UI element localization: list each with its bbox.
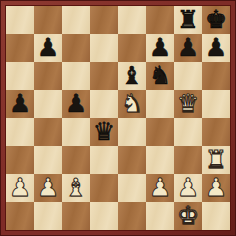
square-a5[interactable]: ♟ (6, 90, 34, 118)
square-f1[interactable] (146, 202, 174, 230)
black-rook-g8[interactable]: ♜ (174, 6, 202, 34)
black-pawn-b7[interactable]: ♟ (34, 34, 62, 62)
square-a1[interactable] (6, 202, 34, 230)
black-bishop-e6[interactable]: ♝ (118, 62, 146, 90)
square-e1[interactable] (118, 202, 146, 230)
square-a8[interactable] (6, 6, 34, 34)
black-pawn-a5[interactable]: ♟ (6, 90, 34, 118)
square-f6[interactable]: ♞ (146, 62, 174, 90)
chess-board: ♜♚♟♟♟♟♝♞♟♟♞♛♛♜♟♟♝♟♟♟♚ (6, 6, 230, 230)
square-b1[interactable] (34, 202, 62, 230)
black-pawn-g7[interactable]: ♟ (174, 34, 202, 62)
black-pawn-h7[interactable]: ♟ (202, 34, 230, 62)
white-bishop-c2[interactable]: ♝ (62, 174, 90, 202)
square-b3[interactable] (34, 146, 62, 174)
square-c5[interactable]: ♟ (62, 90, 90, 118)
square-c4[interactable] (62, 118, 90, 146)
square-g2[interactable]: ♟ (174, 174, 202, 202)
black-king-h8[interactable]: ♚ (202, 6, 230, 34)
square-f4[interactable] (146, 118, 174, 146)
square-a3[interactable] (6, 146, 34, 174)
square-g6[interactable] (174, 62, 202, 90)
white-pawn-f2[interactable]: ♟ (146, 174, 174, 202)
square-a2[interactable]: ♟ (6, 174, 34, 202)
square-h6[interactable] (202, 62, 230, 90)
square-e3[interactable] (118, 146, 146, 174)
square-f7[interactable]: ♟ (146, 34, 174, 62)
white-queen-g5[interactable]: ♛ (174, 90, 202, 118)
white-pawn-g2[interactable]: ♟ (174, 174, 202, 202)
square-c8[interactable] (62, 6, 90, 34)
square-a6[interactable] (6, 62, 34, 90)
square-h1[interactable] (202, 202, 230, 230)
square-f8[interactable] (146, 6, 174, 34)
square-d6[interactable] (90, 62, 118, 90)
white-pawn-a2[interactable]: ♟ (6, 174, 34, 202)
square-e2[interactable] (118, 174, 146, 202)
square-g8[interactable]: ♜ (174, 6, 202, 34)
square-b8[interactable] (34, 6, 62, 34)
square-a7[interactable] (6, 34, 34, 62)
black-pawn-f7[interactable]: ♟ (146, 34, 174, 62)
white-knight-e5[interactable]: ♞ (118, 90, 146, 118)
square-d1[interactable] (90, 202, 118, 230)
square-e8[interactable] (118, 6, 146, 34)
black-knight-f6[interactable]: ♞ (146, 62, 174, 90)
white-king-g1[interactable]: ♚ (174, 202, 202, 230)
white-rook-h3[interactable]: ♜ (202, 146, 230, 174)
square-f5[interactable] (146, 90, 174, 118)
square-c6[interactable] (62, 62, 90, 90)
square-g5[interactable]: ♛ (174, 90, 202, 118)
square-d8[interactable] (90, 6, 118, 34)
square-c2[interactable]: ♝ (62, 174, 90, 202)
square-e4[interactable] (118, 118, 146, 146)
square-b4[interactable] (34, 118, 62, 146)
square-a4[interactable] (6, 118, 34, 146)
square-h7[interactable]: ♟ (202, 34, 230, 62)
white-pawn-h2[interactable]: ♟ (202, 174, 230, 202)
board-frame: ♜♚♟♟♟♟♝♞♟♟♞♛♛♜♟♟♝♟♟♟♚ (0, 0, 236, 236)
square-g7[interactable]: ♟ (174, 34, 202, 62)
black-queen-d4[interactable]: ♛ (90, 118, 118, 146)
square-c1[interactable] (62, 202, 90, 230)
square-g1[interactable]: ♚ (174, 202, 202, 230)
square-e6[interactable]: ♝ (118, 62, 146, 90)
square-f3[interactable] (146, 146, 174, 174)
square-h3[interactable]: ♜ (202, 146, 230, 174)
square-b6[interactable] (34, 62, 62, 90)
black-pawn-c5[interactable]: ♟ (62, 90, 90, 118)
square-d4[interactable]: ♛ (90, 118, 118, 146)
square-b7[interactable]: ♟ (34, 34, 62, 62)
square-d7[interactable] (90, 34, 118, 62)
square-d5[interactable] (90, 90, 118, 118)
white-pawn-b2[interactable]: ♟ (34, 174, 62, 202)
square-g4[interactable] (174, 118, 202, 146)
square-h2[interactable]: ♟ (202, 174, 230, 202)
square-e5[interactable]: ♞ (118, 90, 146, 118)
square-b2[interactable]: ♟ (34, 174, 62, 202)
square-h5[interactable] (202, 90, 230, 118)
square-d3[interactable] (90, 146, 118, 174)
square-h4[interactable] (202, 118, 230, 146)
square-c3[interactable] (62, 146, 90, 174)
square-f2[interactable]: ♟ (146, 174, 174, 202)
square-e7[interactable] (118, 34, 146, 62)
square-c7[interactable] (62, 34, 90, 62)
square-d2[interactable] (90, 174, 118, 202)
square-h8[interactable]: ♚ (202, 6, 230, 34)
square-g3[interactable] (174, 146, 202, 174)
square-b5[interactable] (34, 90, 62, 118)
